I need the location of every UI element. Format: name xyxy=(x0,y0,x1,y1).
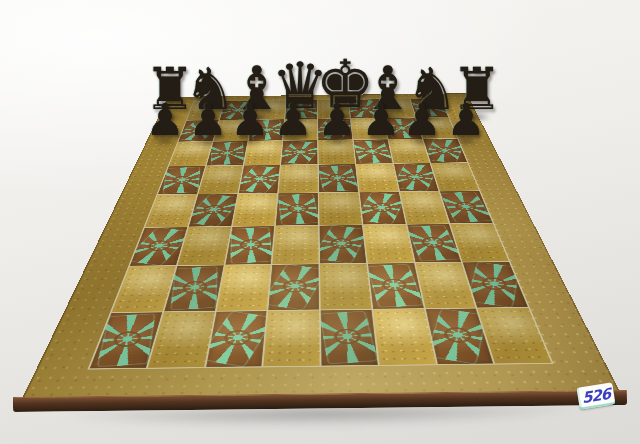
verdigris-star-icon xyxy=(230,227,272,264)
square-f5[interactable] xyxy=(356,164,398,192)
square-b4[interactable] xyxy=(189,194,237,227)
verdigris-star-icon xyxy=(440,191,492,222)
piece-black-pawn-a7[interactable]: ♟ xyxy=(145,98,184,142)
square-c1[interactable] xyxy=(206,311,267,367)
piece-black-pawn-e7[interactable]: ♟ xyxy=(317,98,356,142)
piece-black-pawn-d7[interactable]: ♟ xyxy=(273,98,312,142)
square-e1[interactable] xyxy=(321,310,378,366)
square-c4[interactable] xyxy=(232,193,277,226)
verdigris-star-icon xyxy=(268,264,319,310)
square-d4[interactable] xyxy=(276,193,318,226)
inventory-number: 526 xyxy=(582,385,611,408)
piece-black-pawn-g7[interactable]: ♟ xyxy=(402,98,441,142)
verdigris-star-icon xyxy=(425,308,487,364)
verdigris-star-icon xyxy=(238,165,279,193)
square-f1[interactable] xyxy=(373,309,435,365)
verdigris-star-icon xyxy=(359,192,405,225)
verdigris-star-icon xyxy=(97,313,156,367)
verdigris-star-icon xyxy=(211,142,244,165)
verdigris-star-icon xyxy=(394,163,438,191)
verdigris-star-icon xyxy=(319,165,358,192)
square-d5[interactable] xyxy=(279,165,318,193)
square-e2[interactable] xyxy=(320,264,371,310)
square-c2[interactable] xyxy=(216,265,271,311)
verdigris-star-icon xyxy=(206,311,267,367)
verdigris-star-icon xyxy=(277,193,318,224)
verdigris-star-icon xyxy=(170,266,218,310)
square-c5[interactable] xyxy=(238,165,279,193)
verdigris-star-icon xyxy=(320,225,367,263)
verdigris-star-icon xyxy=(368,264,424,308)
square-a6[interactable] xyxy=(169,142,212,166)
square-d3[interactable] xyxy=(273,226,319,264)
piece-black-pawn-c7[interactable]: ♟ xyxy=(230,98,269,142)
photo-stage: ♜♞♝♛♚♝♞♜♟♟♟♟♟♟♟♟ 526 xyxy=(0,0,640,444)
square-e4[interactable] xyxy=(319,192,362,225)
verdigris-star-icon xyxy=(466,262,520,308)
square-h4[interactable] xyxy=(440,191,492,223)
piece-black-pawn-h7[interactable]: ♟ xyxy=(446,98,485,142)
square-b5[interactable] xyxy=(198,166,242,194)
square-f2[interactable] xyxy=(368,263,424,309)
piece-black-pawn-b7[interactable]: ♟ xyxy=(188,98,227,142)
square-d1[interactable] xyxy=(264,310,320,366)
square-e3[interactable] xyxy=(320,225,367,263)
square-f3[interactable] xyxy=(363,224,413,262)
piece-black-pawn-f7[interactable]: ♟ xyxy=(361,98,400,142)
square-c3[interactable] xyxy=(225,226,274,264)
verdigris-star-icon xyxy=(163,167,201,194)
square-h5[interactable] xyxy=(431,163,479,191)
verdigris-star-icon xyxy=(321,311,378,365)
square-a5[interactable] xyxy=(158,166,205,194)
square-d2[interactable] xyxy=(268,264,319,310)
square-f4[interactable] xyxy=(359,192,405,225)
verdigris-star-icon xyxy=(189,194,237,227)
square-e5[interactable] xyxy=(319,164,358,192)
